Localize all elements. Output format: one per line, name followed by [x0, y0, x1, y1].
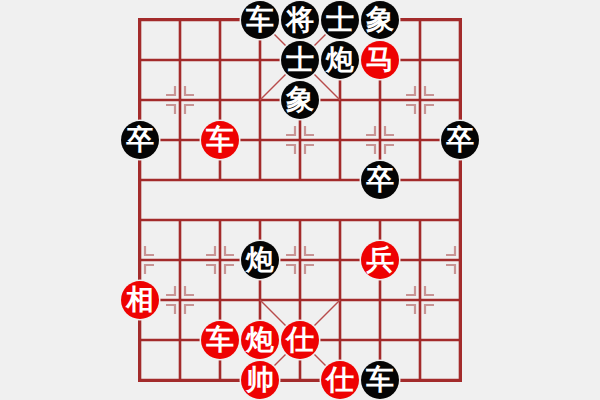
piece-black-soldier[interactable]: 卒: [121, 121, 159, 159]
piece-black-cannon[interactable]: 炮: [241, 241, 279, 279]
piece-red-horse[interactable]: 马: [361, 41, 399, 79]
piece-black-general[interactable]: 将: [281, 1, 319, 39]
piece-red-chariot[interactable]: 车: [201, 121, 239, 159]
piece-black-chariot[interactable]: 车: [241, 1, 279, 39]
piece-black-elephant[interactable]: 象: [361, 1, 399, 39]
piece-black-soldier[interactable]: 卒: [441, 121, 479, 159]
pieces-grid: 车将士象士炮马象卒车卒卒炮兵相车炮仕帅仕车: [120, 0, 480, 400]
piece-black-elephant[interactable]: 象: [281, 81, 319, 119]
piece-black-advisor[interactable]: 士: [281, 41, 319, 79]
piece-red-elephant[interactable]: 相: [121, 281, 159, 319]
piece-red-cannon[interactable]: 炮: [241, 321, 279, 359]
piece-red-advisor[interactable]: 仕: [321, 361, 359, 399]
piece-red-advisor[interactable]: 仕: [281, 321, 319, 359]
piece-black-advisor[interactable]: 士: [321, 1, 359, 39]
piece-black-soldier[interactable]: 卒: [361, 161, 399, 199]
piece-black-chariot[interactable]: 车: [361, 361, 399, 399]
piece-red-general[interactable]: 帅: [241, 361, 279, 399]
xiangqi-board[interactable]: 车将士象士炮马象卒车卒卒炮兵相车炮仕帅仕车: [0, 0, 600, 400]
piece-red-soldier[interactable]: 兵: [361, 241, 399, 279]
piece-red-chariot[interactable]: 车: [201, 321, 239, 359]
piece-black-cannon[interactable]: 炮: [321, 41, 359, 79]
